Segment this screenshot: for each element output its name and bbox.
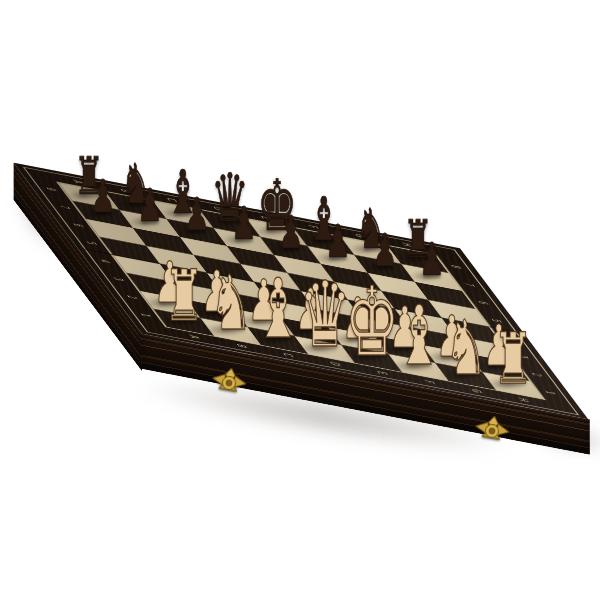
piece-white-bishop[interactable]: ♝ <box>395 295 442 377</box>
piece-black-pawn[interactable]: ♟ <box>231 202 257 247</box>
piece-black-pawn[interactable]: ♟ <box>278 211 304 256</box>
piece-white-queen[interactable]: ♛ <box>299 269 351 360</box>
piece-black-pawn[interactable]: ♟ <box>184 193 210 238</box>
piece-white-knight[interactable]: ♞ <box>444 309 487 385</box>
piece-white-rook[interactable]: ♜ <box>492 323 532 394</box>
pieces-layer: ♜♞♝♛♚♝♞♜♟♟♟♟♟♟♟♟♟♟♟♟♟♟♟♟♜♞♝♛♚♝♞♜ <box>0 0 600 600</box>
piece-white-knight[interactable]: ♞ <box>209 264 252 340</box>
piece-white-king[interactable]: ♚ <box>344 274 399 370</box>
piece-black-pawn[interactable]: ♟ <box>137 184 163 229</box>
piece-black-pawn[interactable]: ♟ <box>325 220 351 265</box>
piece-white-bishop[interactable]: ♝ <box>254 268 301 350</box>
piece-black-pawn[interactable]: ♟ <box>90 175 116 220</box>
piece-black-pawn[interactable]: ♟ <box>419 238 445 283</box>
piece-white-rook[interactable]: ♜ <box>164 260 204 331</box>
chess-set-photo: ABCDEFGH ABCDEFGH 87654321 87654321 <box>0 0 600 600</box>
